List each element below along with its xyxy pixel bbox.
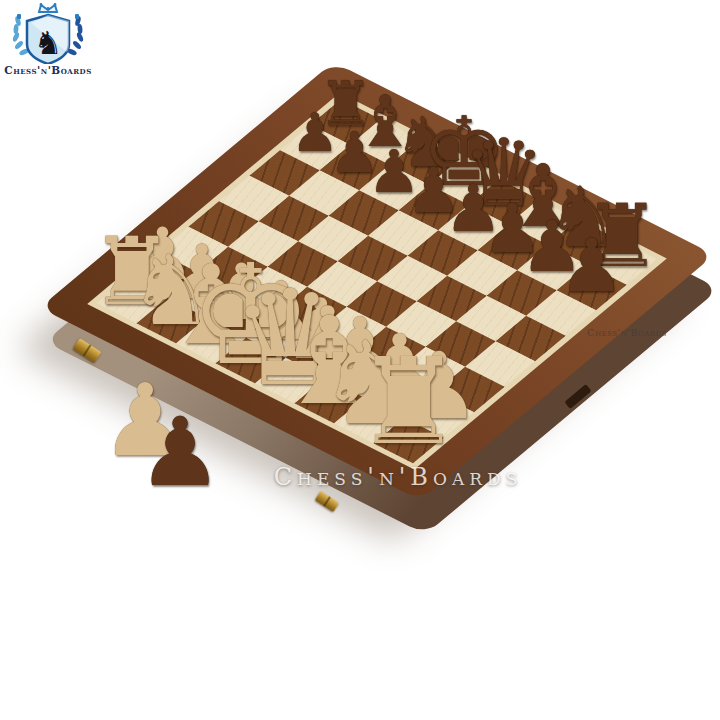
piece-black-pawn-a7: ♟ bbox=[559, 229, 625, 303]
brass-hinge-icon bbox=[315, 491, 339, 512]
product-photo: ♞ Chess'n'Boards ♜♞♝♛♚♞♝♜♟♟♟♟♟♟♟♟♟♟♟♟♟♟♟… bbox=[0, 0, 720, 720]
watermark-small: Chess'n'Boards bbox=[587, 327, 667, 338]
piece-black-pawn-offboard: ♟ bbox=[137, 405, 222, 500]
crown-icon bbox=[39, 3, 57, 12]
watermark-large: Chess'n'Boards bbox=[274, 463, 523, 491]
knight-icon: ♞ bbox=[34, 24, 63, 62]
logo-emblem-icon: ♞ bbox=[2, 2, 94, 64]
brand-logo: ♞ Chess'n'Boards bbox=[2, 2, 94, 82]
logo-text: Chess'n'Boards bbox=[2, 64, 94, 76]
piece-white-rook-a1: ♜ bbox=[355, 343, 462, 462]
